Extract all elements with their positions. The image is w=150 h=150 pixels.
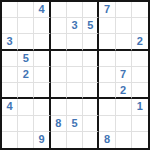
cell-r7c2[interactable] [18,99,34,115]
cell-r8c9[interactable] [132,116,148,132]
cell-r5c8[interactable]: 7 [116,67,132,83]
cell-r3c5[interactable] [67,34,83,50]
cell-r3c4[interactable] [51,34,67,50]
cell-r5c3[interactable] [34,67,50,83]
cell-r1c7[interactable]: 7 [99,2,115,18]
cell-r6c7[interactable] [99,83,115,99]
cell-r8c7[interactable] [99,116,115,132]
cell-r3c8[interactable] [116,34,132,50]
cell-r9c1[interactable] [2,132,18,148]
cell-r7c7[interactable] [99,99,115,115]
cell-r4c6[interactable] [83,51,99,67]
cell-r2c4[interactable] [51,18,67,34]
cell-r8c3[interactable] [34,116,50,132]
cell-r1c8[interactable] [116,2,132,18]
cell-r2c1[interactable] [2,18,18,34]
cell-r9c4[interactable] [51,132,67,148]
cell-r6c5[interactable] [67,83,83,99]
cell-r3c9[interactable]: 2 [132,34,148,50]
cell-r2c3[interactable] [34,18,50,34]
cell-r6c1[interactable] [2,83,18,99]
cell-r1c5[interactable] [67,2,83,18]
cell-r2c6[interactable]: 5 [83,18,99,34]
cell-r9c6[interactable] [83,132,99,148]
cell-r9c7[interactable]: 8 [99,132,115,148]
cell-r2c8[interactable] [116,18,132,34]
cell-r7c1[interactable]: 4 [2,99,18,115]
cell-r1c9[interactable] [132,2,148,18]
cell-r8c2[interactable] [18,116,34,132]
cell-r6c3[interactable] [34,83,50,99]
cell-r8c5[interactable]: 5 [67,116,83,132]
cell-r7c4[interactable] [51,99,67,115]
cell-r4c9[interactable] [132,51,148,67]
cell-r3c6[interactable] [83,34,99,50]
cell-r5c2[interactable]: 2 [18,67,34,83]
sudoku-board: 4735325272418598 [0,0,150,150]
cell-r4c5[interactable] [67,51,83,67]
cell-r4c3[interactable] [34,51,50,67]
cell-r6c2[interactable] [18,83,34,99]
cell-r4c2[interactable]: 5 [18,51,34,67]
cell-r6c9[interactable] [132,83,148,99]
cell-r8c1[interactable] [2,116,18,132]
cell-r2c5[interactable]: 3 [67,18,83,34]
cell-r1c2[interactable] [18,2,34,18]
cell-r7c3[interactable] [34,99,50,115]
cell-r8c4[interactable]: 8 [51,116,67,132]
cell-r3c1[interactable]: 3 [2,34,18,50]
cell-r5c5[interactable] [67,67,83,83]
cell-r3c3[interactable] [34,34,50,50]
cell-r9c2[interactable] [18,132,34,148]
cell-r7c6[interactable] [83,99,99,115]
cell-r4c7[interactable] [99,51,115,67]
cell-r9c3[interactable]: 9 [34,132,50,148]
cell-r7c8[interactable] [116,99,132,115]
cell-r1c1[interactable] [2,2,18,18]
cell-r4c4[interactable] [51,51,67,67]
cell-r1c6[interactable] [83,2,99,18]
cell-r1c4[interactable] [51,2,67,18]
cell-r1c3[interactable]: 4 [34,2,50,18]
cell-r2c9[interactable] [132,18,148,34]
cell-r6c6[interactable] [83,83,99,99]
cell-r2c7[interactable] [99,18,115,34]
cell-r6c8[interactable]: 2 [116,83,132,99]
cell-r5c6[interactable] [83,67,99,83]
cell-r4c1[interactable] [2,51,18,67]
cell-r5c1[interactable] [2,67,18,83]
cell-r5c7[interactable] [99,67,115,83]
cell-r8c6[interactable] [83,116,99,132]
cell-r6c4[interactable] [51,83,67,99]
cell-r5c9[interactable] [132,67,148,83]
cell-r9c5[interactable] [67,132,83,148]
cell-r5c4[interactable] [51,67,67,83]
cell-r9c9[interactable] [132,132,148,148]
cell-r3c7[interactable] [99,34,115,50]
cell-r8c8[interactable] [116,116,132,132]
cell-r3c2[interactable] [18,34,34,50]
cell-r2c2[interactable] [18,18,34,34]
cell-r9c8[interactable] [116,132,132,148]
cell-r7c5[interactable] [67,99,83,115]
cell-r4c8[interactable] [116,51,132,67]
cell-r7c9[interactable]: 1 [132,99,148,115]
